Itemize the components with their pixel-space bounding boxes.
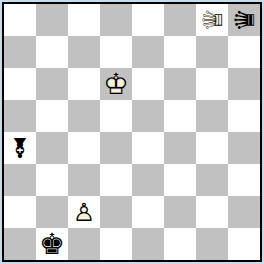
square-f4[interactable]	[164, 132, 196, 164]
square-h8[interactable]: ♛	[228, 4, 260, 36]
piece-black-king-b1[interactable]: ♚	[36, 228, 68, 260]
square-a5[interactable]	[4, 100, 36, 132]
square-a7[interactable]	[4, 36, 36, 68]
square-h4[interactable]	[228, 132, 260, 164]
square-a1[interactable]	[4, 228, 36, 260]
square-d4[interactable]	[100, 132, 132, 164]
square-d8[interactable]	[100, 4, 132, 36]
square-b5[interactable]	[36, 100, 68, 132]
square-d1[interactable]	[100, 228, 132, 260]
square-b1[interactable]: ♚	[36, 228, 68, 260]
square-h7[interactable]	[228, 36, 260, 68]
square-a3[interactable]	[4, 164, 36, 196]
square-c6[interactable]	[68, 68, 100, 100]
square-f3[interactable]	[164, 164, 196, 196]
square-d6[interactable]: ♚♔	[100, 68, 132, 100]
pawn-c2-outline-glyph: ♙	[68, 196, 100, 228]
piece-white-grasshopper-g8[interactable]: ♛♕	[196, 4, 228, 36]
square-g4[interactable]	[196, 132, 228, 164]
piece-white-king-d6[interactable]: ♚♔	[100, 68, 132, 100]
square-e1[interactable]	[132, 228, 164, 260]
square-d7[interactable]	[100, 36, 132, 68]
square-e2[interactable]	[132, 196, 164, 228]
square-b4[interactable]	[36, 132, 68, 164]
square-b2[interactable]	[36, 196, 68, 228]
square-a8[interactable]	[4, 4, 36, 36]
square-h2[interactable]	[228, 196, 260, 228]
square-d5[interactable]	[100, 100, 132, 132]
square-g8[interactable]: ♛♕	[196, 4, 228, 36]
square-h6[interactable]	[228, 68, 260, 100]
piece-black-inverted-bishop-a4[interactable]: ♝	[4, 132, 36, 164]
square-a6[interactable]	[4, 68, 36, 100]
square-e6[interactable]	[132, 68, 164, 100]
square-d3[interactable]	[100, 164, 132, 196]
square-b8[interactable]	[36, 4, 68, 36]
square-g1[interactable]	[196, 228, 228, 260]
square-f8[interactable]	[164, 4, 196, 36]
square-a4[interactable]: ♝	[4, 132, 36, 164]
square-b7[interactable]	[36, 36, 68, 68]
king-d6-outline-glyph: ♔	[100, 68, 132, 100]
square-h3[interactable]	[228, 164, 260, 196]
square-e5[interactable]	[132, 100, 164, 132]
piece-white-pawn-c2[interactable]: ♟♙	[68, 196, 100, 228]
piece-black-grasshopper-h8[interactable]: ♛	[228, 4, 260, 36]
square-e7[interactable]	[132, 36, 164, 68]
square-c5[interactable]	[68, 100, 100, 132]
square-f1[interactable]	[164, 228, 196, 260]
square-g7[interactable]	[196, 36, 228, 68]
square-e3[interactable]	[132, 164, 164, 196]
square-f2[interactable]	[164, 196, 196, 228]
square-c1[interactable]	[68, 228, 100, 260]
square-c3[interactable]	[68, 164, 100, 196]
square-b6[interactable]	[36, 68, 68, 100]
square-f6[interactable]	[164, 68, 196, 100]
square-h5[interactable]	[228, 100, 260, 132]
square-c8[interactable]	[68, 4, 100, 36]
chess-board: ♛♕♛♚♔♝♟♙♚	[2, 2, 262, 262]
square-g6[interactable]	[196, 68, 228, 100]
square-g2[interactable]	[196, 196, 228, 228]
square-b3[interactable]	[36, 164, 68, 196]
square-g5[interactable]	[196, 100, 228, 132]
square-a2[interactable]	[4, 196, 36, 228]
square-f5[interactable]	[164, 100, 196, 132]
grasshopper-g8-outline-glyph: ♕	[196, 4, 228, 36]
square-c2[interactable]: ♟♙	[68, 196, 100, 228]
square-e8[interactable]	[132, 4, 164, 36]
square-c7[interactable]	[68, 36, 100, 68]
square-g3[interactable]	[196, 164, 228, 196]
page-background: ♛♕♛♚♔♝♟♙♚	[0, 0, 264, 264]
square-f7[interactable]	[164, 36, 196, 68]
square-d2[interactable]	[100, 196, 132, 228]
square-e4[interactable]	[132, 132, 164, 164]
square-c4[interactable]	[68, 132, 100, 164]
square-h1[interactable]	[228, 228, 260, 260]
